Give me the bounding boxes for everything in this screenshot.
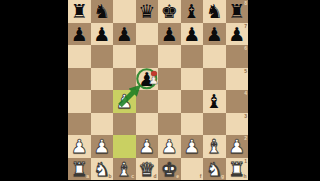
black-pawn[interactable]: ♟: [181, 23, 204, 46]
square-a4[interactable]: [68, 90, 91, 113]
square-b2[interactable]: ♟: [91, 135, 114, 158]
rank-label-4: 4: [244, 91, 247, 96]
square-g8[interactable]: ♞: [203, 0, 226, 23]
square-a7[interactable]: ♟: [68, 23, 91, 46]
square-h8[interactable]: ♜8: [226, 0, 249, 23]
square-g5[interactable]: [203, 68, 226, 91]
square-c6[interactable]: [113, 45, 136, 68]
square-g6[interactable]: [203, 45, 226, 68]
square-g7[interactable]: ♟: [203, 23, 226, 46]
white-pawn[interactable]: ♟: [181, 135, 204, 158]
chess-board[interactable]: ♜♞♛♚♝♞♜8♟♟♟♟♟♟♟76♟♟5♟♝43♟♟♟♟♟♝♟2♜a♞b♝c♛d…: [68, 0, 248, 180]
square-b4[interactable]: [91, 90, 114, 113]
square-e6[interactable]: [158, 45, 181, 68]
square-b8[interactable]: ♞: [91, 0, 114, 23]
square-e5[interactable]: [158, 68, 181, 91]
square-f5[interactable]: [181, 68, 204, 91]
white-pawn[interactable]: ♟: [158, 135, 181, 158]
square-c7[interactable]: ♟: [113, 23, 136, 46]
capture-marker-red-cap: [151, 71, 157, 77]
letterbox-stage: ♜♞♛♚♝♞♜8♟♟♟♟♟♟♟76♟♟5♟♝43♟♟♟♟♟♝♟2♜a♞b♝c♛d…: [0, 0, 320, 180]
black-knight[interactable]: ♞: [91, 0, 114, 23]
rank-label-5: 5: [244, 69, 247, 74]
white-pawn[interactable]: ♟: [113, 90, 136, 113]
square-a3[interactable]: [68, 113, 91, 136]
square-e2[interactable]: ♟: [158, 135, 181, 158]
square-e4[interactable]: [158, 90, 181, 113]
square-b7[interactable]: ♟: [91, 23, 114, 46]
square-d8[interactable]: ♛: [136, 0, 159, 23]
capture-marker: ♟: [149, 71, 158, 87]
black-pawn[interactable]: ♟: [68, 23, 91, 46]
square-c4[interactable]: ♟: [113, 90, 136, 113]
square-a6[interactable]: [68, 45, 91, 68]
square-f2[interactable]: ♟: [181, 135, 204, 158]
square-h1[interactable]: ♜1h: [226, 158, 249, 181]
square-d5[interactable]: ♟♟: [136, 68, 159, 91]
square-c8[interactable]: [113, 0, 136, 23]
file-label-a: a: [86, 174, 89, 179]
file-label-c: c: [131, 174, 134, 179]
square-e3[interactable]: [158, 113, 181, 136]
black-rook[interactable]: ♜: [68, 0, 91, 23]
square-d4[interactable]: [136, 90, 159, 113]
file-label-b: b: [108, 174, 111, 179]
white-bishop[interactable]: ♝: [203, 135, 226, 158]
square-c5[interactable]: [113, 68, 136, 91]
rank-label-3: 3: [244, 114, 247, 119]
last-move-highlight: [113, 135, 136, 158]
file-label-f: f: [200, 174, 202, 179]
square-h6[interactable]: 6: [226, 45, 249, 68]
square-h4[interactable]: 4: [226, 90, 249, 113]
square-g2[interactable]: ♝: [203, 135, 226, 158]
rank-label-1: 1: [244, 159, 247, 164]
square-e7[interactable]: ♟: [158, 23, 181, 46]
black-bishop[interactable]: ♝: [181, 0, 204, 23]
square-c3[interactable]: [113, 113, 136, 136]
square-g1[interactable]: ♞g: [203, 158, 226, 181]
file-label-d: d: [153, 174, 156, 179]
file-label-g: g: [221, 174, 224, 179]
square-d6[interactable]: [136, 45, 159, 68]
square-d1[interactable]: ♛d: [136, 158, 159, 181]
square-h2[interactable]: ♟2: [226, 135, 249, 158]
square-a8[interactable]: ♜: [68, 0, 91, 23]
square-b6[interactable]: [91, 45, 114, 68]
square-a1[interactable]: ♜a: [68, 158, 91, 181]
square-g4[interactable]: ♝: [203, 90, 226, 113]
black-king[interactable]: ♚: [158, 0, 181, 23]
white-pawn[interactable]: ♟: [68, 135, 91, 158]
square-f3[interactable]: [181, 113, 204, 136]
file-label-e: e: [176, 174, 179, 179]
square-b1[interactable]: ♞b: [91, 158, 114, 181]
square-b5[interactable]: [91, 68, 114, 91]
square-f7[interactable]: ♟: [181, 23, 204, 46]
black-pawn[interactable]: ♟: [91, 23, 114, 46]
rank-label-8: 8: [244, 1, 247, 6]
square-c2[interactable]: [113, 135, 136, 158]
rank-label-7: 7: [244, 24, 247, 29]
black-queen[interactable]: ♛: [136, 0, 159, 23]
square-a2[interactable]: ♟: [68, 135, 91, 158]
black-pawn[interactable]: ♟: [158, 23, 181, 46]
square-f4[interactable]: [181, 90, 204, 113]
square-h5[interactable]: 5: [226, 68, 249, 91]
black-bishop[interactable]: ♝: [203, 90, 226, 113]
white-pawn[interactable]: ♟: [91, 135, 114, 158]
black-pawn[interactable]: ♟: [113, 23, 136, 46]
square-g3[interactable]: [203, 113, 226, 136]
black-pawn[interactable]: ♟: [203, 23, 226, 46]
square-a5[interactable]: [68, 68, 91, 91]
square-d7[interactable]: [136, 23, 159, 46]
square-f1[interactable]: f: [181, 158, 204, 181]
black-knight[interactable]: ♞: [203, 0, 226, 23]
square-e8[interactable]: ♚: [158, 0, 181, 23]
rank-label-2: 2: [244, 136, 247, 141]
square-d3[interactable]: [136, 113, 159, 136]
file-label-h: h: [243, 174, 246, 179]
square-e1[interactable]: ♚e: [158, 158, 181, 181]
square-b3[interactable]: [91, 113, 114, 136]
rank-label-6: 6: [244, 46, 247, 51]
square-d2[interactable]: ♟: [136, 135, 159, 158]
square-f8[interactable]: ♝: [181, 0, 204, 23]
square-c1[interactable]: ♝c: [113, 158, 136, 181]
square-h3[interactable]: 3: [226, 113, 249, 136]
square-f6[interactable]: [181, 45, 204, 68]
square-h7[interactable]: ♟7: [226, 23, 249, 46]
white-pawn[interactable]: ♟: [136, 135, 159, 158]
